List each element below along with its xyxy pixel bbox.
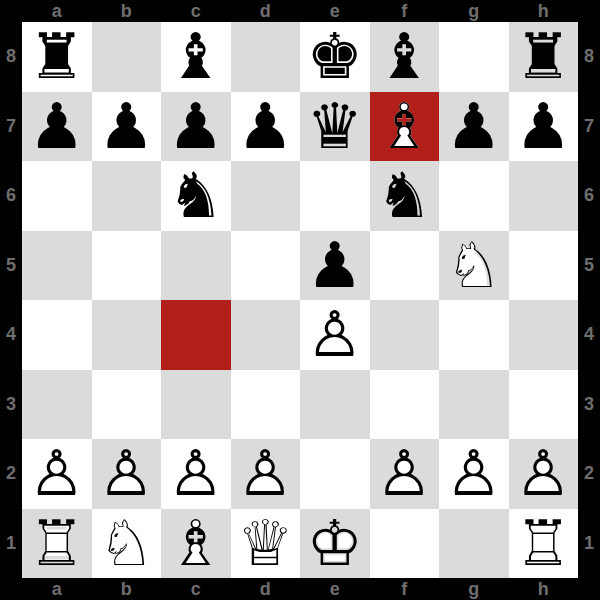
piece-glyph: ♙ [22, 439, 92, 509]
square-h2[interactable]: ♟♙ [509, 439, 579, 509]
square-e3[interactable] [300, 370, 370, 440]
file-label-b: b [92, 578, 162, 600]
square-b8[interactable] [92, 22, 162, 92]
square-c8[interactable]: ♝♝ [161, 22, 231, 92]
piece-glyph: ♜ [22, 22, 92, 92]
square-a6[interactable] [22, 161, 92, 231]
piece-glyph: ♚ [300, 22, 370, 92]
square-b7[interactable]: ♟♟ [92, 92, 162, 162]
piece-glyph: ♝ [370, 22, 440, 92]
white-knight-g5[interactable]: ♞♘ [439, 231, 509, 301]
black-king-e8[interactable]: ♚♚ [300, 22, 370, 92]
piece-glyph: ♙ [231, 439, 301, 509]
white-king-e1[interactable]: ♚♔ [300, 509, 370, 579]
square-e6[interactable] [300, 161, 370, 231]
piece-glyph: ♖ [509, 509, 579, 579]
black-pawn-c7[interactable]: ♟♟ [161, 92, 231, 162]
white-pawn-e4[interactable]: ♟♙ [300, 300, 370, 370]
black-rook-a8[interactable]: ♜♜ [22, 22, 92, 92]
square-h6[interactable] [509, 161, 579, 231]
rank-label-1: 1 [578, 509, 600, 579]
file-label-a: a [22, 578, 92, 600]
white-bishop-f7[interactable]: ♝♗ [370, 92, 440, 162]
rank-label-8: 8 [578, 22, 600, 92]
piece-glyph: ♟ [231, 92, 301, 162]
white-bishop-c1[interactable]: ♝♗ [161, 509, 231, 579]
square-c6[interactable]: ♞♞ [161, 161, 231, 231]
rank-label-4: 4 [578, 300, 600, 370]
file-label-h: h [509, 0, 579, 22]
black-pawn-h7[interactable]: ♟♟ [509, 92, 579, 162]
square-d1[interactable]: ♛♕ [231, 509, 301, 579]
piece-glyph: ♟ [22, 92, 92, 162]
black-pawn-b7[interactable]: ♟♟ [92, 92, 162, 162]
square-e8[interactable]: ♚♚ [300, 22, 370, 92]
square-d5[interactable] [231, 231, 301, 301]
square-f3[interactable] [370, 370, 440, 440]
piece-glyph: ♟ [300, 231, 370, 301]
rank-label-1: 1 [0, 509, 22, 579]
square-c5[interactable] [161, 231, 231, 301]
file-label-h: h [509, 578, 579, 600]
square-d8[interactable] [231, 22, 301, 92]
black-pawn-g7[interactable]: ♟♟ [439, 92, 509, 162]
square-e1[interactable]: ♚♔ [300, 509, 370, 579]
square-b4[interactable] [92, 300, 162, 370]
square-a8[interactable]: ♜♜ [22, 22, 92, 92]
file-label-c: c [161, 578, 231, 600]
square-g4[interactable] [439, 300, 509, 370]
black-bishop-c8[interactable]: ♝♝ [161, 22, 231, 92]
square-h5[interactable] [509, 231, 579, 301]
square-h3[interactable] [509, 370, 579, 440]
file-label-d: d [231, 578, 301, 600]
square-b2[interactable]: ♟♙ [92, 439, 162, 509]
square-a1[interactable]: ♜♖ [22, 509, 92, 579]
piece-glyph: ♗ [370, 92, 440, 162]
rank-label-3: 3 [0, 370, 22, 440]
rank-label-6: 6 [578, 161, 600, 231]
square-e2[interactable] [300, 439, 370, 509]
file-label-e: e [300, 0, 370, 22]
square-c4[interactable] [161, 300, 231, 370]
piece-glyph: ♟ [439, 92, 509, 162]
rank-label-5: 5 [0, 231, 22, 301]
piece-glyph: ♕ [231, 509, 301, 579]
square-e5[interactable]: ♟♟ [300, 231, 370, 301]
square-g6[interactable] [439, 161, 509, 231]
piece-glyph: ♘ [439, 231, 509, 301]
square-g5[interactable]: ♞♘ [439, 231, 509, 301]
file-label-b: b [92, 0, 162, 22]
piece-glyph: ♘ [92, 509, 162, 579]
piece-glyph: ♗ [161, 509, 231, 579]
square-g7[interactable]: ♟♟ [439, 92, 509, 162]
square-e4[interactable]: ♟♙ [300, 300, 370, 370]
square-f8[interactable]: ♝♝ [370, 22, 440, 92]
white-queen-d1[interactable]: ♛♕ [231, 509, 301, 579]
square-c3[interactable] [161, 370, 231, 440]
piece-glyph: ♟ [161, 92, 231, 162]
square-f2[interactable]: ♟♙ [370, 439, 440, 509]
square-g3[interactable] [439, 370, 509, 440]
rank-label-8: 8 [0, 22, 22, 92]
square-h7[interactable]: ♟♟ [509, 92, 579, 162]
square-d6[interactable] [231, 161, 301, 231]
square-g1[interactable] [439, 509, 509, 579]
file-label-d: d [231, 0, 301, 22]
file-labels-bottom: abcdefgh [22, 578, 578, 600]
square-a3[interactable] [22, 370, 92, 440]
black-knight-f6[interactable]: ♞♞ [370, 161, 440, 231]
piece-glyph: ♙ [300, 300, 370, 370]
file-label-f: f [370, 578, 440, 600]
square-b1[interactable]: ♞♘ [92, 509, 162, 579]
rank-label-5: 5 [578, 231, 600, 301]
piece-glyph: ♙ [439, 439, 509, 509]
file-label-e: e [300, 578, 370, 600]
rank-label-4: 4 [0, 300, 22, 370]
square-d7[interactable]: ♟♟ [231, 92, 301, 162]
piece-glyph: ♞ [161, 161, 231, 231]
square-a4[interactable] [22, 300, 92, 370]
piece-glyph: ♟ [92, 92, 162, 162]
black-knight-c6[interactable]: ♞♞ [161, 161, 231, 231]
square-b6[interactable] [92, 161, 162, 231]
white-rook-h1[interactable]: ♜♖ [509, 509, 579, 579]
square-a7[interactable]: ♟♟ [22, 92, 92, 162]
square-h4[interactable] [509, 300, 579, 370]
rank-label-2: 2 [578, 439, 600, 509]
file-labels-top: abcdefgh [22, 0, 578, 22]
white-pawn-c2[interactable]: ♟♙ [161, 439, 231, 509]
piece-glyph: ♙ [161, 439, 231, 509]
black-bishop-f8[interactable]: ♝♝ [370, 22, 440, 92]
square-c1[interactable]: ♝♗ [161, 509, 231, 579]
piece-glyph: ♔ [300, 509, 370, 579]
black-pawn-d7[interactable]: ♟♟ [231, 92, 301, 162]
square-g8[interactable] [439, 22, 509, 92]
black-rook-h8[interactable]: ♜♜ [509, 22, 579, 92]
square-g2[interactable]: ♟♙ [439, 439, 509, 509]
piece-glyph: ♞ [370, 161, 440, 231]
square-h1[interactable]: ♜♖ [509, 509, 579, 579]
square-c2[interactable]: ♟♙ [161, 439, 231, 509]
black-pawn-a7[interactable]: ♟♟ [22, 92, 92, 162]
square-e7[interactable]: ♛♛ [300, 92, 370, 162]
white-pawn-f2[interactable]: ♟♙ [370, 439, 440, 509]
square-f1[interactable] [370, 509, 440, 579]
white-pawn-b2[interactable]: ♟♙ [92, 439, 162, 509]
piece-glyph: ♙ [92, 439, 162, 509]
piece-glyph: ♙ [509, 439, 579, 509]
rank-label-7: 7 [578, 92, 600, 162]
file-label-a: a [22, 0, 92, 22]
piece-glyph: ♟ [509, 92, 579, 162]
rank-label-2: 2 [0, 439, 22, 509]
board-frame: abcdefgh abcdefgh 87654321 87654321 ♜♜♝♝… [0, 0, 600, 600]
square-d2[interactable]: ♟♙ [231, 439, 301, 509]
rank-label-3: 3 [578, 370, 600, 440]
white-knight-b1[interactable]: ♞♘ [92, 509, 162, 579]
rank-label-6: 6 [0, 161, 22, 231]
file-label-f: f [370, 0, 440, 22]
square-h8[interactable]: ♜♜ [509, 22, 579, 92]
square-b5[interactable] [92, 231, 162, 301]
black-pawn-e5[interactable]: ♟♟ [300, 231, 370, 301]
square-a2[interactable]: ♟♙ [22, 439, 92, 509]
square-c7[interactable]: ♟♟ [161, 92, 231, 162]
file-label-c: c [161, 0, 231, 22]
rank-label-7: 7 [0, 92, 22, 162]
square-b3[interactable] [92, 370, 162, 440]
chess-board: ♜♜♝♝♚♚♝♝♜♜♟♟♟♟♟♟♟♟♛♛♝♗♟♟♟♟♞♞♞♞♟♟♞♘♟♙♟♙♟♙… [22, 22, 578, 578]
square-f7[interactable]: ♝♗ [370, 92, 440, 162]
square-d3[interactable] [231, 370, 301, 440]
square-a5[interactable] [22, 231, 92, 301]
black-queen-e7[interactable]: ♛♛ [300, 92, 370, 162]
piece-glyph: ♙ [370, 439, 440, 509]
piece-glyph: ♝ [161, 22, 231, 92]
square-f5[interactable] [370, 231, 440, 301]
piece-glyph: ♛ [300, 92, 370, 162]
white-rook-a1[interactable]: ♜♖ [22, 509, 92, 579]
piece-glyph: ♖ [22, 509, 92, 579]
white-pawn-h2[interactable]: ♟♙ [509, 439, 579, 509]
white-pawn-d2[interactable]: ♟♙ [231, 439, 301, 509]
file-label-g: g [439, 578, 509, 600]
square-f6[interactable]: ♞♞ [370, 161, 440, 231]
piece-glyph: ♜ [509, 22, 579, 92]
square-f4[interactable] [370, 300, 440, 370]
square-d4[interactable] [231, 300, 301, 370]
rank-labels-right: 87654321 [578, 22, 600, 578]
white-pawn-g2[interactable]: ♟♙ [439, 439, 509, 509]
file-label-g: g [439, 0, 509, 22]
rank-labels-left: 87654321 [0, 22, 22, 578]
white-pawn-a2[interactable]: ♟♙ [22, 439, 92, 509]
